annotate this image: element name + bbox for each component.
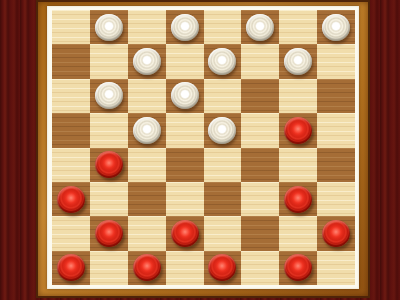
- checkers-board: [52, 10, 355, 285]
- red-piece-r5c6[interactable]: [284, 186, 312, 213]
- square-r0c5[interactable]: [241, 10, 279, 44]
- square-r1c3: [166, 44, 204, 78]
- red-piece-r4c1[interactable]: [95, 151, 123, 178]
- square-r1c4[interactable]: [204, 44, 242, 78]
- square-r2c1[interactable]: [90, 79, 128, 113]
- board-frame: [36, 0, 370, 298]
- red-piece-r6c7[interactable]: [322, 220, 350, 247]
- square-r5c0[interactable]: [52, 182, 90, 216]
- square-r0c7[interactable]: [317, 10, 355, 44]
- square-r1c0[interactable]: [52, 44, 90, 78]
- square-r1c1: [90, 44, 128, 78]
- square-r7c1: [90, 251, 128, 285]
- red-piece-r6c1[interactable]: [95, 220, 123, 247]
- white-piece-r1c6[interactable]: [284, 48, 312, 75]
- square-r0c2: [128, 10, 166, 44]
- white-piece-r0c7[interactable]: [322, 14, 350, 41]
- square-r5c7: [317, 182, 355, 216]
- white-piece-r3c4[interactable]: [208, 117, 236, 144]
- square-r7c7: [317, 251, 355, 285]
- white-piece-r2c1[interactable]: [95, 82, 123, 109]
- square-r6c3[interactable]: [166, 216, 204, 250]
- square-r3c7: [317, 113, 355, 147]
- square-r2c2: [128, 79, 166, 113]
- square-r3c4[interactable]: [204, 113, 242, 147]
- square-r5c6[interactable]: [279, 182, 317, 216]
- square-r4c2: [128, 148, 166, 182]
- square-r1c6[interactable]: [279, 44, 317, 78]
- square-r6c6: [279, 216, 317, 250]
- red-piece-r7c2[interactable]: [133, 254, 161, 281]
- square-r7c4[interactable]: [204, 251, 242, 285]
- square-r4c0: [52, 148, 90, 182]
- square-r6c4: [204, 216, 242, 250]
- square-r4c3[interactable]: [166, 148, 204, 182]
- square-r2c4: [204, 79, 242, 113]
- white-piece-r1c2[interactable]: [133, 48, 161, 75]
- red-piece-r7c6[interactable]: [284, 254, 312, 281]
- square-r2c5[interactable]: [241, 79, 279, 113]
- square-r4c5[interactable]: [241, 148, 279, 182]
- square-r4c1[interactable]: [90, 148, 128, 182]
- red-piece-r5c0[interactable]: [57, 186, 85, 213]
- square-r6c5[interactable]: [241, 216, 279, 250]
- white-piece-r0c3[interactable]: [171, 14, 199, 41]
- square-r4c4: [204, 148, 242, 182]
- white-piece-r3c2[interactable]: [133, 117, 161, 144]
- square-r3c3: [166, 113, 204, 147]
- square-r3c0[interactable]: [52, 113, 90, 147]
- table-background: [0, 0, 400, 300]
- board-inner-border: [47, 6, 359, 289]
- square-r1c2[interactable]: [128, 44, 166, 78]
- square-r2c7[interactable]: [317, 79, 355, 113]
- square-r3c5: [241, 113, 279, 147]
- square-r2c3[interactable]: [166, 79, 204, 113]
- square-r5c1: [90, 182, 128, 216]
- square-r7c2[interactable]: [128, 251, 166, 285]
- square-r7c5: [241, 251, 279, 285]
- square-r3c2[interactable]: [128, 113, 166, 147]
- square-r5c5: [241, 182, 279, 216]
- white-piece-r1c4[interactable]: [208, 48, 236, 75]
- square-r6c1[interactable]: [90, 216, 128, 250]
- white-piece-r2c3[interactable]: [171, 82, 199, 109]
- square-r6c2: [128, 216, 166, 250]
- square-r3c6[interactable]: [279, 113, 317, 147]
- square-r1c5: [241, 44, 279, 78]
- square-r2c6: [279, 79, 317, 113]
- square-r6c0: [52, 216, 90, 250]
- square-r0c6: [279, 10, 317, 44]
- red-piece-r3c6[interactable]: [284, 117, 312, 144]
- red-piece-r7c0[interactable]: [57, 254, 85, 281]
- square-r6c7[interactable]: [317, 216, 355, 250]
- square-r0c4: [204, 10, 242, 44]
- square-r5c2[interactable]: [128, 182, 166, 216]
- square-r0c0: [52, 10, 90, 44]
- square-r0c3[interactable]: [166, 10, 204, 44]
- square-r7c6[interactable]: [279, 251, 317, 285]
- square-r4c6: [279, 148, 317, 182]
- square-r4c7[interactable]: [317, 148, 355, 182]
- red-piece-r6c3[interactable]: [171, 220, 199, 247]
- square-r5c4[interactable]: [204, 182, 242, 216]
- square-r1c7: [317, 44, 355, 78]
- square-r0c1[interactable]: [90, 10, 128, 44]
- square-r2c0: [52, 79, 90, 113]
- square-r5c3: [166, 182, 204, 216]
- square-r3c1: [90, 113, 128, 147]
- red-piece-r7c4[interactable]: [208, 254, 236, 281]
- square-r7c3: [166, 251, 204, 285]
- white-piece-r0c1[interactable]: [95, 14, 123, 41]
- square-r7c0[interactable]: [52, 251, 90, 285]
- white-piece-r0c5[interactable]: [246, 14, 274, 41]
